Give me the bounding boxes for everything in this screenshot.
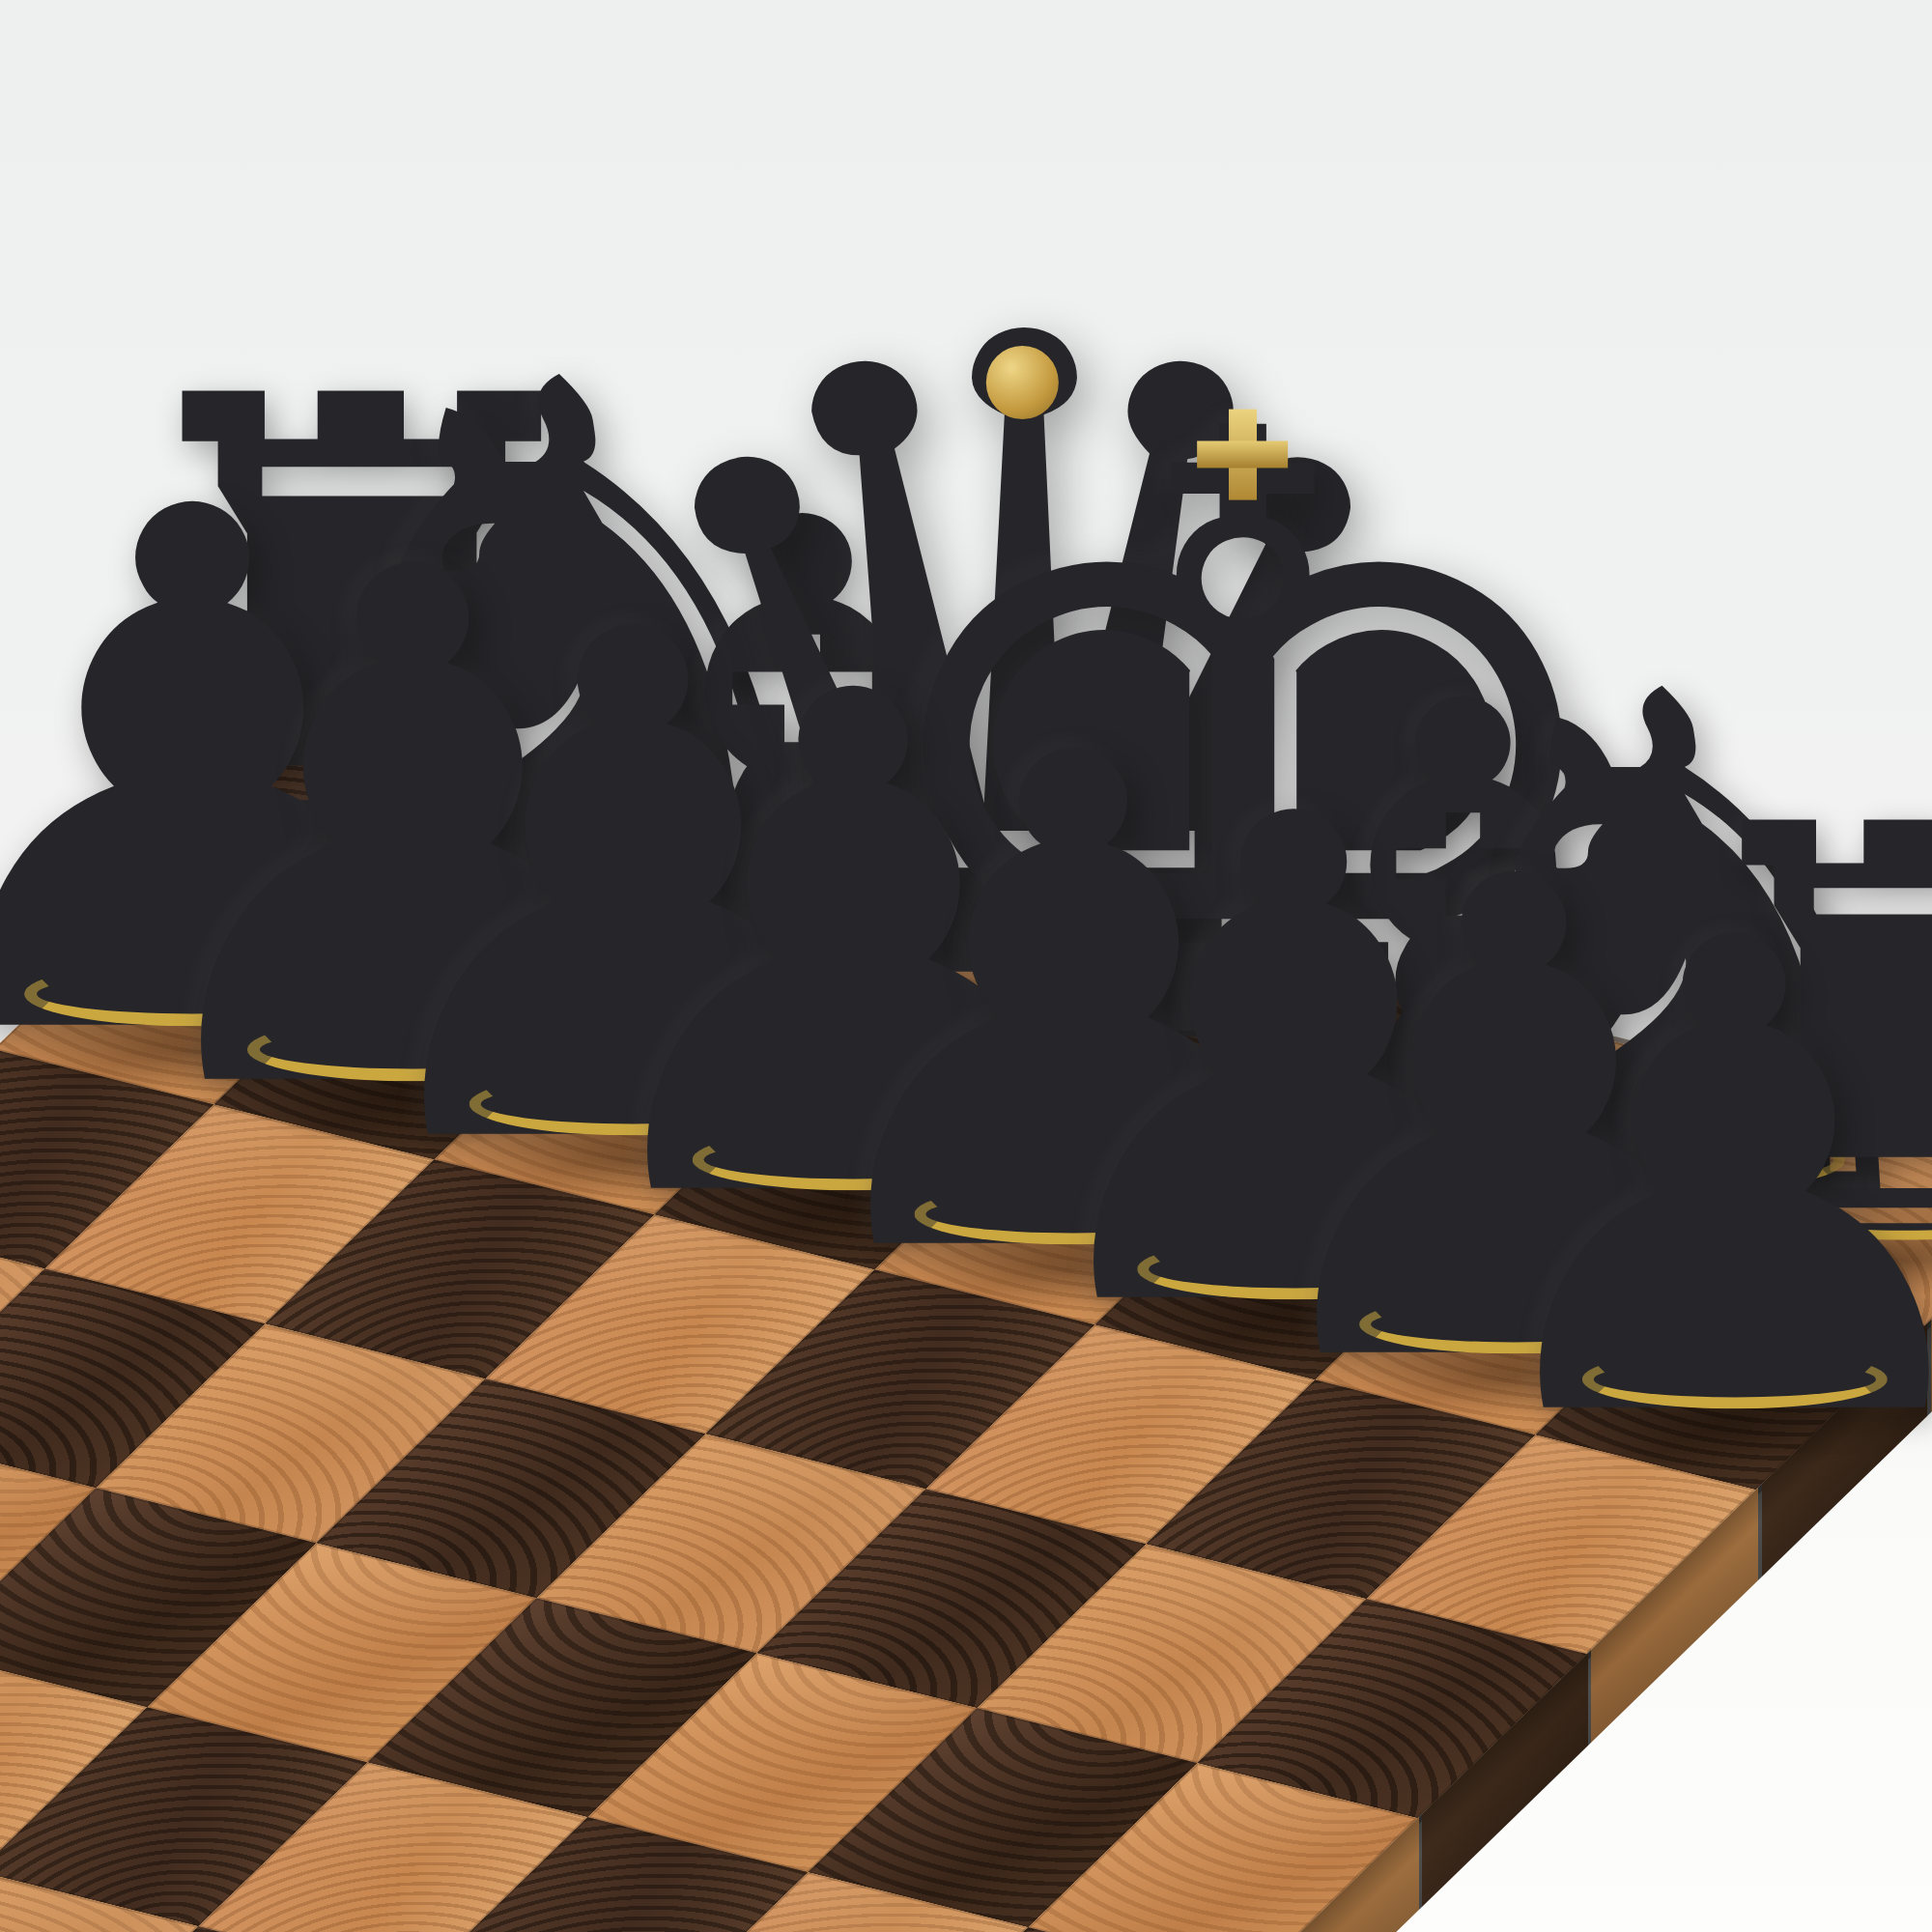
piece-black-pawn-h7: ♟ <box>1443 857 1932 1506</box>
pieces-layer: ♜♞♝♛♚♝♞♜♟♟♟♟♟♟♟♟ <box>0 0 1932 1932</box>
chess-scene: ♜♞♝♛♚♝♞♜♟♟♟♟♟♟♟♟ <box>0 0 1932 1932</box>
black-pawn-glyph: ♟ <box>1443 857 1932 1506</box>
brass-base-ring <box>1582 1350 1888 1408</box>
king-brass-cross-finial <box>1197 409 1288 499</box>
